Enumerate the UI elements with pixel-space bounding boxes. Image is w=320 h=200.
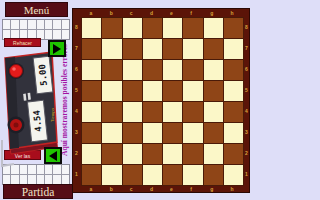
square-h4[interactable] (224, 102, 243, 122)
square-f3[interactable] (183, 123, 202, 143)
square-h2[interactable] (224, 144, 243, 164)
tray-cell[interactable] (53, 20, 60, 29)
redo-moves-button[interactable]: Rehacer las jug. (4, 38, 41, 47)
clock-left-strip (5, 57, 19, 149)
tray-cell[interactable] (45, 175, 52, 184)
coord-label: 4 (75, 108, 78, 114)
tray-cell[interactable] (28, 175, 35, 184)
tray-cell[interactable] (37, 165, 44, 174)
square-g3[interactable] (204, 123, 223, 143)
coord-label: 7 (245, 45, 248, 51)
square-f8[interactable] (183, 18, 202, 38)
tray-cell[interactable] (53, 30, 60, 39)
clock-button-bottom-center (14, 123, 19, 128)
square-b4[interactable] (102, 102, 121, 122)
coord-label: 5 (75, 87, 78, 93)
coord-label: 6 (75, 66, 78, 72)
forward-button[interactable] (48, 40, 66, 57)
square-e8[interactable] (163, 18, 182, 38)
tray-cell[interactable] (3, 20, 10, 29)
square-a8[interactable] (82, 18, 101, 38)
coord-label: f (190, 186, 192, 192)
tray-cell[interactable] (20, 20, 27, 29)
coord-label: g (210, 10, 213, 16)
square-c5[interactable] (123, 81, 142, 101)
square-b5[interactable] (102, 81, 121, 101)
square-c8[interactable] (123, 18, 142, 38)
coord-label: 2 (75, 150, 78, 156)
square-c7[interactable] (123, 39, 142, 59)
square-c6[interactable] (123, 60, 142, 80)
square-e3[interactable] (163, 123, 182, 143)
square-d8[interactable] (143, 18, 162, 38)
square-h7[interactable] (224, 39, 243, 59)
clock-side-label: Tiempo (50, 107, 55, 121)
coord-label: 1 (245, 171, 248, 177)
piece-tray-top (2, 19, 70, 40)
square-c2[interactable] (123, 144, 142, 164)
tray-cell[interactable] (11, 20, 18, 29)
square-g8[interactable] (204, 18, 223, 38)
coord-label: f (190, 10, 192, 16)
clock-button-top (10, 65, 23, 78)
coord-label: 8 (75, 24, 78, 30)
coord-label: 2 (245, 150, 248, 156)
partida-nueva-button[interactable]: Partida Nueva (3, 184, 73, 199)
coord-label: b (110, 186, 113, 192)
square-e2[interactable] (163, 144, 182, 164)
square-f7[interactable] (183, 39, 202, 59)
coord-label: e (170, 186, 173, 192)
back-button[interactable] (44, 147, 62, 164)
square-e4[interactable] (163, 102, 182, 122)
piece-tray-bottom (2, 164, 70, 185)
square-f4[interactable] (183, 102, 202, 122)
coord-label: b (110, 10, 113, 16)
clock-button-highlight (12, 67, 16, 71)
coord-label: c (130, 186, 133, 192)
coord-label: d (150, 186, 153, 192)
menu-inicial-button[interactable]: Menú inicial (5, 2, 68, 17)
square-h5[interactable] (224, 81, 243, 101)
square-e7[interactable] (163, 39, 182, 59)
square-f6[interactable] (183, 60, 202, 80)
tray-cell[interactable] (37, 175, 44, 184)
tray-cell[interactable] (11, 165, 18, 174)
coord-label: h (230, 10, 233, 16)
square-b6[interactable] (102, 60, 121, 80)
square-b8[interactable] (102, 18, 121, 38)
tray-cell[interactable] (3, 165, 10, 174)
square-d6[interactable] (143, 60, 162, 80)
square-f5[interactable] (183, 81, 202, 101)
square-d4[interactable] (143, 102, 162, 122)
square-a2[interactable] (82, 144, 101, 164)
tray-cell[interactable] (28, 20, 35, 29)
error-message: Aquí mostraremos posibles errores (59, 44, 68, 156)
square-d5[interactable] (143, 81, 162, 101)
square-g4[interactable] (204, 102, 223, 122)
coord-label: c (130, 10, 133, 16)
clock-display-bottom: 4.54 (27, 100, 47, 141)
coord-label: h (230, 186, 233, 192)
coord-label: 1 (75, 171, 78, 177)
square-a6[interactable] (82, 60, 101, 80)
tray-cell[interactable] (45, 165, 52, 174)
square-d3[interactable] (143, 123, 162, 143)
coord-label: 4 (245, 108, 248, 114)
square-e5[interactable] (163, 81, 182, 101)
coord-label: 7 (75, 45, 78, 51)
right-triangle-icon (53, 44, 61, 54)
pause-icon (23, 93, 31, 101)
tray-cell[interactable] (45, 30, 52, 39)
coord-label: g (210, 186, 213, 192)
tray-cell[interactable] (53, 165, 60, 174)
square-d2[interactable] (143, 144, 162, 164)
square-g2[interactable] (204, 144, 223, 164)
coord-label: 8 (245, 24, 248, 30)
coord-label: e (170, 10, 173, 16)
left-triangle-icon (49, 151, 57, 161)
square-g7[interactable] (204, 39, 223, 59)
square-a4[interactable] (82, 102, 101, 122)
tray-cell[interactable] (45, 20, 52, 29)
coord-label: 5 (245, 87, 248, 93)
square-c4[interactable] (123, 102, 142, 122)
tray-cell[interactable] (28, 165, 35, 174)
app-window: Menú inicial Rehacer las jug. 5.00 4.54 … (0, 0, 320, 200)
square-h3[interactable] (224, 123, 243, 143)
coord-label: d (150, 10, 153, 16)
square-g1[interactable] (204, 165, 223, 185)
square-h6[interactable] (224, 60, 243, 80)
clock-time-top: 5.00 (37, 64, 49, 87)
square-d7[interactable] (143, 39, 162, 59)
tray-cell[interactable] (11, 175, 18, 184)
square-g5[interactable] (204, 81, 223, 101)
coord-label: 6 (245, 66, 248, 72)
coord-label: a (90, 186, 93, 192)
square-c1[interactable] (123, 165, 142, 185)
tray-cell[interactable] (62, 165, 69, 174)
square-g6[interactable] (204, 60, 223, 80)
square-b3[interactable] (102, 123, 121, 143)
tray-cell[interactable] (62, 20, 69, 29)
clock-body (5, 52, 57, 149)
tray-cell[interactable] (53, 175, 60, 184)
square-a7[interactable] (82, 39, 101, 59)
tray-cell[interactable] (62, 175, 69, 184)
clock-time-bottom: 4.54 (31, 109, 43, 132)
square-f2[interactable] (183, 144, 202, 164)
tray-cell[interactable] (20, 175, 27, 184)
chess-board: aabbccddeeffgghh8877665544332211 (72, 8, 250, 193)
square-c3[interactable] (123, 123, 142, 143)
square-d1[interactable] (143, 165, 162, 185)
square-e1[interactable] (163, 165, 182, 185)
clock-button-bottom (10, 119, 22, 131)
board-squares (81, 17, 244, 186)
tray-cell[interactable] (37, 20, 44, 29)
square-h8[interactable] (224, 18, 243, 38)
square-e6[interactable] (163, 60, 182, 80)
tray-cell[interactable] (20, 165, 27, 174)
square-b2[interactable] (102, 144, 121, 164)
tray-cell[interactable] (3, 175, 10, 184)
coord-label: 3 (75, 129, 78, 135)
clock-display-top: 5.00 (33, 56, 53, 93)
coord-label: a (90, 10, 93, 16)
square-b7[interactable] (102, 39, 121, 59)
square-f1[interactable] (183, 165, 202, 185)
square-a5[interactable] (82, 81, 101, 101)
tray-cell[interactable] (62, 30, 69, 39)
square-h1[interactable] (224, 165, 243, 185)
view-pieces-button[interactable]: Ver las piezas (4, 150, 41, 160)
clock-button-top-ring (8, 63, 24, 79)
square-b1[interactable] (102, 165, 121, 185)
square-a1[interactable] (82, 165, 101, 185)
coord-label: 3 (245, 129, 248, 135)
clock-button-bottom-ring (8, 117, 25, 134)
square-a3[interactable] (82, 123, 101, 143)
